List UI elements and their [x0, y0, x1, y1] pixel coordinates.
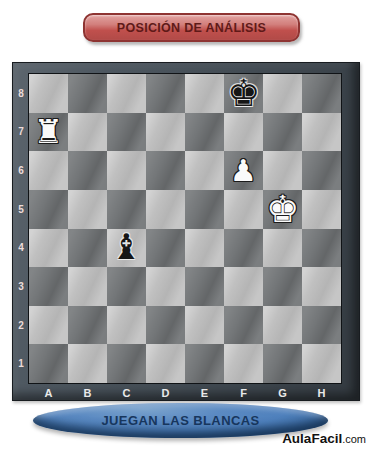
- side-to-move-label: JUEGAN LAS BLANCAS: [101, 413, 259, 428]
- rank-labels: 87654321: [13, 74, 29, 383]
- square-e3: [185, 267, 224, 306]
- square-a1: [29, 344, 68, 383]
- square-c4: ♝: [107, 229, 146, 268]
- square-d8: [146, 74, 185, 113]
- square-g8: [263, 74, 302, 113]
- file-label-e: E: [185, 384, 224, 402]
- square-a5: [29, 190, 68, 229]
- square-f7: [224, 113, 263, 152]
- square-h8: [302, 74, 341, 113]
- square-f8: ♚: [224, 74, 263, 113]
- square-c5: [107, 190, 146, 229]
- square-d2: [146, 306, 185, 345]
- square-c2: [107, 306, 146, 345]
- square-d1: [146, 344, 185, 383]
- square-f6: ♟: [224, 151, 263, 190]
- square-f3: [224, 267, 263, 306]
- page: POSICIÓN DE ANÁLISIS 87654321 ♚♜♟♚♝ ABCD…: [0, 0, 369, 449]
- white-pawn: ♟: [230, 156, 257, 186]
- square-c8: [107, 74, 146, 113]
- square-c6: [107, 151, 146, 190]
- square-a4: [29, 229, 68, 268]
- square-h6: [302, 151, 341, 190]
- file-label-h: H: [302, 384, 341, 402]
- square-g7: [263, 113, 302, 152]
- square-g5: ♚: [263, 190, 302, 229]
- square-b3: [68, 267, 107, 306]
- square-d3: [146, 267, 185, 306]
- file-label-c: C: [107, 384, 146, 402]
- square-c3: [107, 267, 146, 306]
- file-label-f: F: [224, 384, 263, 402]
- file-label-a: A: [29, 384, 68, 402]
- file-label-d: D: [146, 384, 185, 402]
- square-g1: [263, 344, 302, 383]
- square-a2: [29, 306, 68, 345]
- square-d4: [146, 229, 185, 268]
- square-e8: [185, 74, 224, 113]
- square-d6: [146, 151, 185, 190]
- square-a3: [29, 267, 68, 306]
- title-banner-label: POSICIÓN DE ANÁLISIS: [117, 21, 266, 35]
- watermark-suffix: .com: [342, 433, 366, 445]
- square-g6: [263, 151, 302, 190]
- square-a6: [29, 151, 68, 190]
- file-label-b: B: [68, 384, 107, 402]
- square-b7: [68, 113, 107, 152]
- square-e4: [185, 229, 224, 268]
- square-d5: [146, 190, 185, 229]
- square-e6: [185, 151, 224, 190]
- square-g4: [263, 229, 302, 268]
- title-banner: POSICIÓN DE ANÁLISIS: [83, 13, 300, 42]
- rank-label-1: 1: [13, 344, 29, 383]
- square-f4: [224, 229, 263, 268]
- square-h2: [302, 306, 341, 345]
- square-e1: [185, 344, 224, 383]
- square-c7: [107, 113, 146, 152]
- rank-label-7: 7: [13, 113, 29, 152]
- square-b8: [68, 74, 107, 113]
- rank-label-2: 2: [13, 306, 29, 345]
- square-g2: [263, 306, 302, 345]
- square-b4: [68, 229, 107, 268]
- rank-label-5: 5: [13, 190, 29, 229]
- rank-label-6: 6: [13, 151, 29, 190]
- watermark: AulaFacil.com: [282, 429, 366, 447]
- square-e5: [185, 190, 224, 229]
- square-h7: [302, 113, 341, 152]
- square-f2: [224, 306, 263, 345]
- square-h5: [302, 190, 341, 229]
- square-h4: [302, 229, 341, 268]
- square-e2: [185, 306, 224, 345]
- square-g3: [263, 267, 302, 306]
- square-a8: [29, 74, 68, 113]
- board-grid: ♚♜♟♚♝: [29, 74, 341, 383]
- watermark-brand: AulaFacil: [282, 431, 342, 446]
- square-b6: [68, 151, 107, 190]
- chess-board-frame: 87654321 ♚♜♟♚♝ ABCDEFGH: [12, 62, 360, 401]
- rank-label-8: 8: [13, 74, 29, 113]
- file-labels: ABCDEFGH: [29, 384, 341, 402]
- square-d7: [146, 113, 185, 152]
- square-e7: [185, 113, 224, 152]
- square-h1: [302, 344, 341, 383]
- square-b5: [68, 190, 107, 229]
- rank-label-3: 3: [13, 267, 29, 306]
- file-label-g: G: [263, 384, 302, 402]
- black-bishop: ♝: [111, 230, 142, 265]
- rank-label-4: 4: [13, 229, 29, 268]
- black-king: ♚: [227, 75, 260, 112]
- square-f1: [224, 344, 263, 383]
- square-a7: ♜: [29, 113, 68, 152]
- square-c1: [107, 344, 146, 383]
- white-rook: ♜: [34, 115, 64, 148]
- square-b2: [68, 306, 107, 345]
- square-b1: [68, 344, 107, 383]
- white-king: ♚: [266, 191, 299, 228]
- square-f5: [224, 190, 263, 229]
- square-h3: [302, 267, 341, 306]
